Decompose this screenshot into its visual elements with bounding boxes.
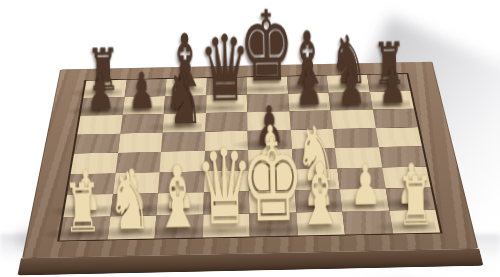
black-queen-d7: ♛ bbox=[199, 22, 252, 114]
white-rook-h1: ♜ bbox=[396, 167, 435, 236]
play-area: ♜♝♚♝♞♜♟♟♟♛♟♟♟♞♟♟♞♟♟♟♟♟♟♟♜♞♝♛♚♝♜ bbox=[59, 74, 440, 240]
black-pawn-a7: ♟ bbox=[86, 67, 115, 118]
square-g6 bbox=[331, 110, 376, 129]
white-rook-a1: ♜ bbox=[63, 174, 102, 243]
square-e1: ♚ bbox=[249, 212, 297, 236]
black-pawn-h7: ♟ bbox=[379, 61, 408, 112]
black-knight-c6: ♞ bbox=[163, 63, 204, 134]
square-h1: ♜ bbox=[389, 209, 440, 233]
square-b1: ♞ bbox=[107, 215, 156, 239]
black-pawn-g7: ♟ bbox=[337, 61, 366, 112]
black-pawn-f7: ♟ bbox=[295, 62, 324, 113]
white-pawn-g2: ♟ bbox=[349, 157, 381, 213]
square-g2: ♟ bbox=[340, 188, 389, 211]
square-f1: ♝ bbox=[296, 211, 345, 235]
square-h7: ♟ bbox=[369, 91, 414, 110]
square-e8: ♚ bbox=[246, 76, 287, 94]
square-d7: ♛ bbox=[206, 94, 248, 113]
square-a6 bbox=[77, 115, 122, 134]
chess-board: ♜♝♚♝♞♜♟♟♟♛♟♟♟♞♟♟♞♟♟♟♟♟♟♟♜♞♝♛♚♝♜ bbox=[22, 62, 478, 259]
square-h6 bbox=[372, 109, 418, 128]
white-bishop-f1: ♝ bbox=[296, 151, 345, 238]
square-h5 bbox=[375, 127, 422, 147]
white-knight-b1: ♞ bbox=[107, 162, 153, 242]
chessboard-photo-scene: ♜♝♚♝♞♜♟♟♟♛♟♟♟♞♟♟♞♟♟♟♟♟♟♟♜♞♝♛♚♝♜ bbox=[0, 0, 500, 277]
square-a5 bbox=[74, 133, 120, 153]
square-g7: ♟ bbox=[329, 92, 373, 111]
black-pawn-b7: ♟ bbox=[128, 66, 157, 117]
board-frame: ♜♝♚♝♞♜♟♟♟♛♟♟♟♞♟♟♞♟♟♟♟♟♟♟♜♞♝♛♚♝♜ bbox=[22, 62, 478, 259]
